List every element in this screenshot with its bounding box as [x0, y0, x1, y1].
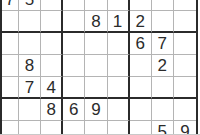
sudoku-board: 7581267827486959 [0, 0, 200, 135]
cell-r3c8[interactable] [152, 11, 174, 33]
cell-r8c5[interactable] [85, 121, 107, 135]
cell-r7c6[interactable] [108, 99, 130, 121]
cell-r8c7[interactable] [130, 121, 152, 135]
cell-r8c1[interactable] [2, 121, 19, 135]
cell-r6c6[interactable] [108, 77, 130, 99]
cell-r4c1[interactable] [2, 33, 19, 55]
cell-r2c3[interactable] [41, 0, 63, 11]
cell-r6c2[interactable]: 7 [19, 77, 41, 99]
cell-r6c3[interactable]: 4 [41, 77, 63, 99]
cell-r6c4[interactable] [63, 77, 85, 99]
cell-r5c3[interactable] [41, 55, 63, 77]
cell-r4c6[interactable] [108, 33, 130, 55]
cell-r5c2[interactable]: 8 [19, 55, 41, 77]
cell-r5c5[interactable] [85, 55, 107, 77]
cell-r7c7[interactable] [130, 99, 152, 121]
cell-r8c9[interactable]: 9 [174, 121, 196, 135]
cell-r6c5[interactable] [85, 77, 107, 99]
cell-r8c6[interactable] [108, 121, 130, 135]
cell-r5c6[interactable] [108, 55, 130, 77]
cell-r3c9[interactable] [174, 11, 196, 33]
cell-r2c8[interactable] [152, 0, 174, 11]
cell-r5c4[interactable] [63, 55, 85, 77]
cell-r6c7[interactable] [130, 77, 152, 99]
cell-r8c4[interactable] [63, 121, 85, 135]
cell-r2c4[interactable] [63, 0, 85, 11]
cell-r7c9[interactable] [174, 99, 196, 121]
cell-r4c8[interactable]: 7 [152, 33, 174, 55]
cell-r6c1[interactable] [2, 77, 19, 99]
cell-r5c1[interactable] [2, 55, 19, 77]
cell-r7c4[interactable]: 6 [63, 99, 85, 121]
cell-r4c5[interactable] [85, 33, 107, 55]
cell-r7c5[interactable]: 9 [85, 99, 107, 121]
cell-r4c2[interactable] [19, 33, 41, 55]
cell-r4c3[interactable] [41, 33, 63, 55]
cell-r6c9[interactable] [174, 77, 196, 99]
cell-r3c4[interactable] [63, 11, 85, 33]
cell-r2c5[interactable] [85, 0, 107, 11]
cell-r8c3[interactable] [41, 121, 63, 135]
crop-edge [0, 134, 200, 135]
cell-r2c2[interactable]: 5 [19, 0, 41, 11]
cell-r7c3[interactable]: 8 [41, 99, 63, 121]
cell-r5c9[interactable] [174, 55, 196, 77]
cell-r3c5[interactable]: 8 [85, 11, 107, 33]
cell-r7c1[interactable] [2, 99, 19, 121]
cell-r6c8[interactable] [152, 77, 174, 99]
cell-r8c8[interactable]: 5 [152, 121, 174, 135]
cell-r2c6[interactable] [108, 0, 130, 11]
cell-r2c1[interactable]: 7 [2, 0, 19, 11]
cell-r5c8[interactable]: 2 [152, 55, 174, 77]
cell-r5c7[interactable] [130, 55, 152, 77]
cell-r8c2[interactable] [19, 121, 41, 135]
cell-r3c7[interactable]: 2 [130, 11, 152, 33]
cell-r3c2[interactable] [19, 11, 41, 33]
cell-r3c6[interactable]: 1 [108, 11, 130, 33]
cell-r3c3[interactable] [41, 11, 63, 33]
cell-r4c7[interactable]: 6 [130, 33, 152, 55]
cell-r3c1[interactable] [2, 11, 19, 33]
cell-r4c4[interactable] [63, 33, 85, 55]
cell-r2c9[interactable] [174, 0, 196, 11]
cell-r2c7[interactable] [130, 0, 152, 11]
cell-r7c2[interactable] [19, 99, 41, 121]
cell-r7c8[interactable] [152, 99, 174, 121]
cell-r4c9[interactable] [174, 33, 196, 55]
sudoku-grid: 7581267827486959 [0, 0, 198, 135]
